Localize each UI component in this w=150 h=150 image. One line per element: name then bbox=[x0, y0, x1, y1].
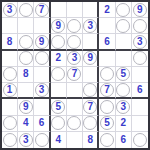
sudoku-cell[interactable] bbox=[83, 2, 99, 18]
sudoku-cell[interactable]: 3 bbox=[34, 83, 50, 99]
sudoku-cell[interactable] bbox=[51, 116, 67, 132]
odd-circle-marker bbox=[100, 67, 114, 81]
odd-circle-marker bbox=[19, 35, 33, 49]
odd-circle-marker bbox=[51, 35, 65, 49]
cell-digit: 5 bbox=[55, 102, 61, 112]
odd-circle-marker bbox=[67, 19, 81, 33]
cell-digit: 3 bbox=[39, 85, 45, 95]
odd-circle-marker bbox=[3, 133, 17, 147]
sudoku-cell[interactable] bbox=[83, 34, 99, 50]
sudoku-cell[interactable] bbox=[116, 18, 132, 34]
sudoku-cell[interactable] bbox=[34, 18, 50, 34]
sudoku-cell[interactable] bbox=[2, 18, 18, 34]
sudoku-cell[interactable] bbox=[34, 99, 50, 115]
cell-digit: 3 bbox=[72, 53, 78, 63]
sudoku-cell[interactable]: 6 bbox=[99, 34, 115, 50]
sudoku-cell[interactable]: 4 bbox=[18, 116, 34, 132]
cell-digit: 5 bbox=[120, 69, 126, 79]
sudoku-cell[interactable] bbox=[116, 51, 132, 67]
odd-circle-marker bbox=[35, 133, 49, 147]
sudoku-cell[interactable] bbox=[99, 18, 115, 34]
sudoku-cell[interactable]: 8 bbox=[2, 34, 18, 50]
sudoku-cell[interactable]: 8 bbox=[83, 132, 99, 148]
cell-digit: 3 bbox=[137, 37, 143, 47]
cell-digit: 1 bbox=[7, 85, 13, 95]
sudoku-cell[interactable] bbox=[116, 2, 132, 18]
sudoku-cell[interactable] bbox=[83, 67, 99, 83]
sudoku-cell[interactable]: 7 bbox=[34, 2, 50, 18]
odd-circle-marker bbox=[83, 83, 97, 97]
cell-digit: 7 bbox=[87, 102, 93, 112]
sudoku-cell[interactable]: 9 bbox=[83, 51, 99, 67]
sudoku-cell[interactable] bbox=[99, 67, 115, 83]
cell-digit: 3 bbox=[120, 102, 126, 112]
odd-circle-marker bbox=[19, 3, 33, 17]
cell-digit: 5 bbox=[104, 118, 110, 128]
sudoku-board: 37299389632398751376957346523486 bbox=[0, 0, 150, 150]
sudoku-cell[interactable] bbox=[83, 83, 99, 99]
sudoku-cell[interactable]: 6 bbox=[132, 83, 148, 99]
sudoku-cell[interactable] bbox=[116, 83, 132, 99]
sudoku-cell[interactable]: 6 bbox=[34, 116, 50, 132]
cell-digit: 3 bbox=[87, 21, 93, 31]
cell-digit: 9 bbox=[39, 37, 45, 47]
sudoku-cell[interactable]: 5 bbox=[99, 116, 115, 132]
sudoku-cell[interactable] bbox=[18, 51, 34, 67]
sudoku-cell[interactable] bbox=[51, 2, 67, 18]
sudoku-cell[interactable] bbox=[2, 99, 18, 115]
cell-digit: 6 bbox=[120, 135, 126, 145]
odd-circle-marker bbox=[3, 67, 17, 81]
sudoku-cell[interactable]: 3 bbox=[18, 132, 34, 148]
cell-digit: 2 bbox=[55, 53, 61, 63]
sudoku-cell[interactable] bbox=[132, 51, 148, 67]
sudoku-cell[interactable]: 5 bbox=[51, 99, 67, 115]
cell-digit: 9 bbox=[23, 102, 29, 112]
sudoku-cell[interactable]: 3 bbox=[116, 99, 132, 115]
cell-digit: 9 bbox=[55, 21, 61, 31]
sudoku-cell[interactable]: 7 bbox=[67, 67, 83, 83]
odd-circle-marker bbox=[35, 51, 49, 65]
odd-circle-marker bbox=[100, 100, 114, 114]
sudoku-cell[interactable]: 3 bbox=[132, 34, 148, 50]
sudoku-cell[interactable] bbox=[2, 51, 18, 67]
sudoku-cell[interactable] bbox=[51, 34, 67, 50]
sudoku-cell[interactable]: 5 bbox=[116, 67, 132, 83]
cell-digit: 6 bbox=[104, 37, 110, 47]
cell-digit: 8 bbox=[7, 37, 13, 47]
sudoku-cell[interactable] bbox=[132, 99, 148, 115]
cell-digit: 4 bbox=[55, 135, 61, 145]
sudoku-cell[interactable] bbox=[132, 18, 148, 34]
sudoku-cell[interactable] bbox=[34, 132, 50, 148]
sudoku-cell[interactable]: 6 bbox=[116, 132, 132, 148]
cell-digit: 4 bbox=[23, 118, 29, 128]
sudoku-cell[interactable]: 3 bbox=[83, 18, 99, 34]
sudoku-cell[interactable] bbox=[99, 132, 115, 148]
sudoku-cell[interactable] bbox=[67, 83, 83, 99]
sudoku-cell[interactable]: 2 bbox=[51, 51, 67, 67]
sudoku-cell[interactable] bbox=[132, 67, 148, 83]
sudoku-cell[interactable] bbox=[116, 34, 132, 50]
cell-digit: 7 bbox=[72, 69, 78, 79]
odd-circle-marker bbox=[67, 116, 81, 130]
sudoku-cell[interactable]: 9 bbox=[34, 34, 50, 50]
sudoku-cell[interactable] bbox=[67, 34, 83, 50]
sudoku-cell[interactable] bbox=[2, 67, 18, 83]
odd-circle-marker bbox=[3, 116, 17, 130]
sudoku-cell[interactable] bbox=[67, 18, 83, 34]
sudoku-cell[interactable] bbox=[2, 116, 18, 132]
odd-circle-marker bbox=[116, 83, 130, 97]
sudoku-cell[interactable] bbox=[34, 67, 50, 83]
sudoku-cell[interactable]: 7 bbox=[99, 83, 115, 99]
sudoku-cell[interactable] bbox=[83, 116, 99, 132]
cell-digit: 2 bbox=[120, 118, 126, 128]
sudoku-cell[interactable] bbox=[18, 18, 34, 34]
odd-circle-marker bbox=[51, 67, 65, 81]
odd-circle-marker bbox=[67, 35, 81, 49]
sudoku-cell[interactable] bbox=[18, 2, 34, 18]
cell-digit: 8 bbox=[23, 69, 29, 79]
odd-circle-marker bbox=[116, 19, 130, 33]
sudoku-cell[interactable]: 9 bbox=[18, 99, 34, 115]
sudoku-cell[interactable]: 8 bbox=[18, 67, 34, 83]
sudoku-cell[interactable]: 2 bbox=[116, 116, 132, 132]
cell-digit: 9 bbox=[87, 53, 93, 63]
cell-digit: 7 bbox=[39, 5, 45, 15]
sudoku-cell[interactable] bbox=[67, 99, 83, 115]
odd-circle-marker bbox=[116, 3, 130, 17]
sudoku-cell[interactable]: 3 bbox=[67, 51, 83, 67]
cell-digit: 6 bbox=[137, 85, 143, 95]
sudoku-cell[interactable]: 2 bbox=[99, 2, 115, 18]
sudoku-cell[interactable] bbox=[99, 99, 115, 115]
sudoku-cell[interactable] bbox=[67, 132, 83, 148]
odd-circle-marker bbox=[133, 133, 147, 147]
sudoku-cell[interactable]: 9 bbox=[132, 2, 148, 18]
sudoku-cell[interactable] bbox=[99, 51, 115, 67]
sudoku-cell[interactable] bbox=[18, 83, 34, 99]
cell-digit: 3 bbox=[7, 5, 13, 15]
cell-digit: 2 bbox=[104, 5, 110, 15]
odd-circle-marker bbox=[133, 51, 147, 65]
odd-circle-marker bbox=[51, 116, 65, 130]
odd-circle-marker bbox=[83, 116, 97, 130]
cell-digit: 7 bbox=[104, 85, 110, 95]
sudoku-cell[interactable] bbox=[67, 116, 83, 132]
cell-digit: 9 bbox=[137, 5, 143, 15]
sudoku-cell[interactable]: 9 bbox=[51, 18, 67, 34]
sudoku-cell[interactable] bbox=[51, 67, 67, 83]
sudoku-cell[interactable] bbox=[132, 116, 148, 132]
cell-digit: 3 bbox=[23, 135, 29, 145]
sudoku-cell[interactable] bbox=[18, 34, 34, 50]
sudoku-cell[interactable] bbox=[67, 2, 83, 18]
odd-circle-marker bbox=[19, 51, 33, 65]
sudoku-cell[interactable] bbox=[132, 132, 148, 148]
sudoku-cell[interactable]: 7 bbox=[83, 99, 99, 115]
sudoku-cell[interactable]: 3 bbox=[2, 2, 18, 18]
sudoku-cell[interactable]: 4 bbox=[51, 132, 67, 148]
odd-circle-marker bbox=[133, 19, 147, 33]
odd-circle-marker bbox=[100, 133, 114, 147]
sudoku-cell[interactable] bbox=[51, 83, 67, 99]
cell-digit: 6 bbox=[39, 118, 45, 128]
sudoku-cell[interactable] bbox=[2, 132, 18, 148]
sudoku-cell[interactable]: 1 bbox=[2, 83, 18, 99]
sudoku-cell[interactable] bbox=[34, 51, 50, 67]
cell-digit: 8 bbox=[87, 135, 93, 145]
